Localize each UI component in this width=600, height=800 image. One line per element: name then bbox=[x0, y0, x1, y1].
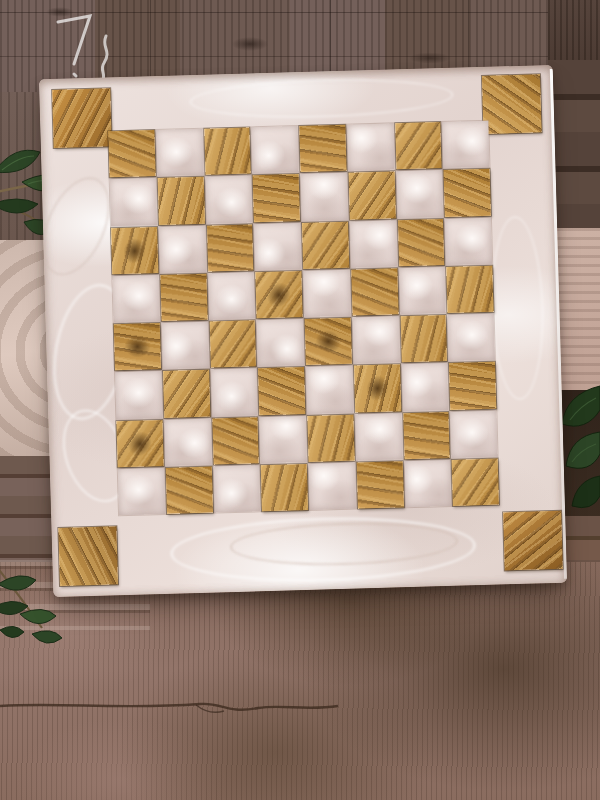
square-c4 bbox=[209, 320, 256, 368]
square-h5 bbox=[447, 265, 494, 313]
square-h7 bbox=[444, 169, 491, 217]
square-a5 bbox=[112, 275, 159, 323]
square-g5 bbox=[399, 267, 446, 315]
square-e5 bbox=[303, 269, 350, 317]
square-c7 bbox=[205, 176, 252, 224]
square-f3 bbox=[354, 365, 401, 413]
resin-swirl bbox=[169, 513, 477, 586]
square-a2 bbox=[116, 419, 163, 467]
square-e2 bbox=[307, 414, 354, 462]
square-e8 bbox=[299, 125, 346, 173]
square-a6 bbox=[111, 227, 158, 275]
square-d3 bbox=[258, 367, 305, 415]
square-c2 bbox=[212, 417, 259, 465]
square-a8 bbox=[108, 130, 155, 178]
square-h8 bbox=[442, 121, 489, 169]
square-h3 bbox=[449, 362, 496, 410]
square-a4 bbox=[114, 323, 161, 371]
resin-swirl bbox=[489, 215, 546, 400]
square-g2 bbox=[403, 411, 450, 459]
corner-accent-bottom-left bbox=[58, 526, 118, 586]
square-f8 bbox=[347, 123, 394, 171]
wood-crack bbox=[0, 690, 340, 724]
corner-accent-top-left bbox=[52, 88, 112, 148]
square-g7 bbox=[396, 170, 443, 218]
square-f6 bbox=[350, 220, 397, 268]
square-b4 bbox=[161, 322, 208, 370]
square-f4 bbox=[352, 316, 399, 364]
square-c8 bbox=[204, 127, 251, 175]
square-c3 bbox=[211, 369, 258, 417]
square-f1 bbox=[356, 461, 403, 509]
square-c5 bbox=[208, 272, 255, 320]
square-b7 bbox=[157, 177, 204, 225]
square-e7 bbox=[301, 173, 348, 221]
square-d6 bbox=[254, 223, 301, 271]
square-d5 bbox=[256, 271, 303, 319]
square-b1 bbox=[166, 466, 213, 514]
photo-scene bbox=[0, 0, 600, 800]
square-h2 bbox=[451, 410, 498, 458]
square-d4 bbox=[257, 319, 304, 367]
table-planks-right-top bbox=[548, 0, 600, 64]
square-d1 bbox=[261, 464, 308, 512]
square-a1 bbox=[118, 468, 165, 516]
square-d8 bbox=[252, 126, 299, 174]
square-e4 bbox=[305, 318, 352, 366]
square-a7 bbox=[110, 178, 157, 226]
square-e6 bbox=[302, 221, 349, 269]
square-b6 bbox=[159, 225, 206, 273]
square-f5 bbox=[351, 268, 398, 316]
square-g3 bbox=[401, 363, 448, 411]
square-c6 bbox=[207, 224, 254, 272]
corner-accent-bottom-right bbox=[503, 511, 563, 571]
square-a3 bbox=[115, 371, 162, 419]
square-f7 bbox=[348, 172, 395, 220]
square-b2 bbox=[164, 418, 211, 466]
board-grid bbox=[108, 121, 499, 515]
square-e1 bbox=[309, 462, 356, 510]
square-d2 bbox=[260, 415, 307, 463]
square-g1 bbox=[404, 460, 451, 508]
square-b3 bbox=[163, 370, 210, 418]
square-e3 bbox=[306, 366, 353, 414]
square-g6 bbox=[397, 219, 444, 267]
square-g8 bbox=[395, 122, 442, 170]
chess-board bbox=[39, 65, 567, 597]
square-d7 bbox=[253, 174, 300, 222]
square-h1 bbox=[452, 458, 499, 506]
resin-swirl bbox=[189, 76, 454, 121]
square-b5 bbox=[160, 273, 207, 321]
square-c1 bbox=[213, 465, 260, 513]
square-g4 bbox=[400, 315, 447, 363]
square-h6 bbox=[445, 217, 492, 265]
corner-accent-top-right bbox=[482, 74, 542, 134]
square-f2 bbox=[355, 413, 402, 461]
resin-swirl bbox=[229, 520, 458, 568]
square-b8 bbox=[156, 129, 203, 177]
square-h4 bbox=[448, 314, 495, 362]
